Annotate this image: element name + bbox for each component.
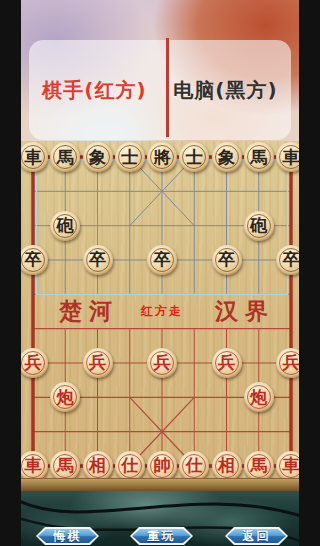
piece-red-advisor[interactable]: 仕 [115,451,145,481]
app-screen: 棋手(红方) 电脑(黑方) 楚河 红方走 汉界 車馬象士將士象馬車砲砲卒卒卒卒卒… [21,0,299,546]
piece-glyph: 兵 [283,354,300,371]
piece-glyph: 兵 [218,354,235,371]
piece-red-general[interactable]: 帥 [147,451,177,481]
piece-glyph: 卒 [25,251,42,268]
piece-glyph: 卒 [89,251,106,268]
piece-black-cannon[interactable]: 砲 [244,211,274,241]
panel-divider [166,38,169,137]
piece-glyph: 帥 [154,457,171,474]
piece-black-advisor[interactable]: 士 [115,142,145,172]
piece-glyph: 卒 [283,251,300,268]
piece-glyph: 車 [25,457,42,474]
piece-glyph: 士 [186,149,203,166]
piece-glyph: 士 [121,149,138,166]
piece-red-soldier[interactable]: 兵 [276,348,299,378]
piece-glyph: 仕 [186,457,203,474]
undo-move-label: 悔棋 [54,530,82,542]
piece-black-horse[interactable]: 馬 [244,142,274,172]
piece-black-horse[interactable]: 馬 [50,142,80,172]
piece-glyph: 馬 [57,457,74,474]
piece-red-soldier[interactable]: 兵 [83,348,113,378]
piece-black-advisor[interactable]: 士 [179,142,209,172]
piece-glyph: 象 [89,149,106,166]
piece-glyph: 馬 [250,149,267,166]
piece-red-elephant[interactable]: 相 [83,451,113,481]
black-player-label: 电脑(黑方) [160,77,291,104]
piece-red-advisor[interactable]: 仕 [179,451,209,481]
piece-glyph: 馬 [250,457,267,474]
piece-black-cannon[interactable]: 砲 [50,211,80,241]
turn-indicator: 红方走 [124,305,200,317]
piece-glyph: 炮 [57,389,74,406]
piece-red-horse[interactable]: 馬 [244,451,274,481]
piece-glyph: 卒 [154,251,171,268]
restart-game-button[interactable]: 重玩 [130,527,193,545]
piece-glyph: 砲 [57,217,74,234]
piece-red-cannon[interactable]: 炮 [244,382,274,412]
piece-red-soldier[interactable]: 兵 [147,348,177,378]
river-label-left: 楚河 [59,299,119,322]
players-panel: 棋手(红方) 电脑(黑方) [29,40,291,140]
undo-move-button[interactable]: 悔棋 [36,527,99,545]
piece-red-elephant[interactable]: 相 [212,451,242,481]
xiangqi-board[interactable]: 楚河 红方走 汉界 車馬象士將士象馬車砲砲卒卒卒卒卒兵兵兵兵兵炮炮車馬相仕帥仕相… [21,141,299,478]
piece-glyph: 車 [283,149,300,166]
piece-glyph: 車 [283,457,300,474]
river-label-right: 汉界 [215,299,275,322]
back-button[interactable]: 返回 [225,527,288,545]
piece-black-soldier[interactable]: 卒 [83,245,113,275]
back-label: 返回 [243,530,271,542]
piece-glyph: 炮 [250,389,267,406]
piece-glyph: 馬 [57,149,74,166]
piece-glyph: 車 [25,149,42,166]
piece-black-soldier[interactable]: 卒 [276,245,299,275]
piece-red-horse[interactable]: 馬 [50,451,80,481]
piece-black-elephant[interactable]: 象 [212,142,242,172]
piece-glyph: 兵 [89,354,106,371]
piece-black-soldier[interactable]: 卒 [212,245,242,275]
piece-black-elephant[interactable]: 象 [83,142,113,172]
piece-glyph: 兵 [25,354,42,371]
piece-glyph: 兵 [154,354,171,371]
piece-glyph: 卒 [218,251,235,268]
piece-black-soldier[interactable]: 卒 [147,245,177,275]
piece-glyph: 砲 [250,217,267,234]
piece-black-chariot[interactable]: 車 [276,142,299,172]
piece-glyph: 仕 [121,457,138,474]
piece-black-general[interactable]: 將 [147,142,177,172]
piece-glyph: 將 [154,149,171,166]
piece-glyph: 象 [218,149,235,166]
board-front-edge [21,478,299,491]
piece-glyph: 相 [89,457,106,474]
piece-red-cannon[interactable]: 炮 [50,382,80,412]
piece-red-soldier[interactable]: 兵 [212,348,242,378]
red-player-label: 棋手(红方) [29,77,160,104]
piece-glyph: 相 [218,457,235,474]
piece-red-chariot[interactable]: 車 [276,451,299,481]
restart-game-label: 重玩 [148,530,176,542]
